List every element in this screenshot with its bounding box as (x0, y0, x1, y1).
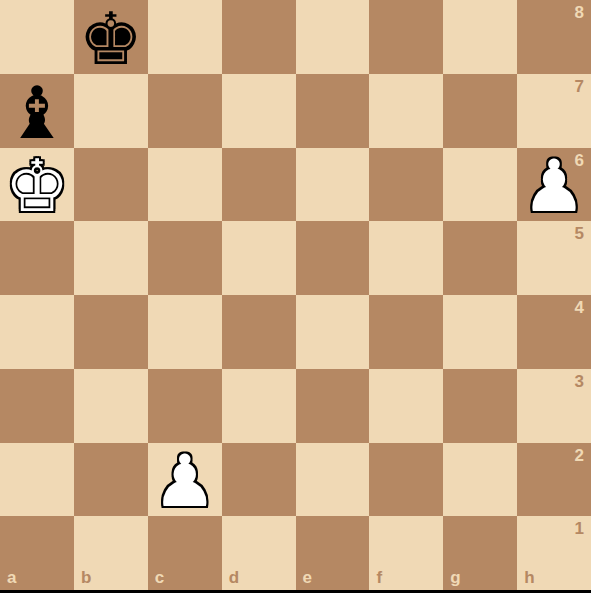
square-e7[interactable] (296, 74, 370, 148)
square-d8[interactable] (222, 0, 296, 74)
square-d4[interactable] (222, 295, 296, 369)
square-c3[interactable] (148, 369, 222, 443)
square-f2[interactable] (369, 443, 443, 517)
square-g6[interactable] (443, 148, 517, 222)
square-e5[interactable] (296, 221, 370, 295)
square-h2[interactable]: 2 (517, 443, 591, 517)
square-h4[interactable]: 4 (517, 295, 591, 369)
piece-black-bishop[interactable]: ♝ (5, 77, 70, 149)
square-c8[interactable] (148, 0, 222, 74)
file-label-e: e (303, 569, 312, 586)
piece-white-king[interactable]: ♚ (5, 150, 70, 222)
rank-label-1: 1 (575, 520, 584, 537)
square-c2[interactable]: ♟ (148, 443, 222, 517)
square-a2[interactable] (0, 443, 74, 517)
square-h7[interactable]: 7 (517, 74, 591, 148)
file-label-g: g (450, 569, 460, 586)
chess-board: ♚ 8 ♝ 7 ♚ ♟ 6 5 4 (0, 0, 591, 590)
rank-label-6: 6 (575, 152, 584, 169)
rank-label-4: 4 (575, 299, 584, 316)
square-b1[interactable]: b (74, 516, 148, 590)
square-e2[interactable] (296, 443, 370, 517)
square-g7[interactable] (443, 74, 517, 148)
square-a6[interactable]: ♚ (0, 148, 74, 222)
square-d1[interactable]: d (222, 516, 296, 590)
square-f3[interactable] (369, 369, 443, 443)
file-label-c: c (155, 569, 164, 586)
square-e6[interactable] (296, 148, 370, 222)
file-label-b: b (81, 569, 91, 586)
piece-black-king[interactable]: ♚ (79, 3, 144, 75)
rank-label-3: 3 (575, 373, 584, 390)
square-h6[interactable]: ♟ 6 (517, 148, 591, 222)
file-label-a: a (7, 569, 16, 586)
square-h8[interactable]: 8 (517, 0, 591, 74)
square-d7[interactable] (222, 74, 296, 148)
square-d6[interactable] (222, 148, 296, 222)
square-e1[interactable]: e (296, 516, 370, 590)
square-b2[interactable] (74, 443, 148, 517)
square-b3[interactable] (74, 369, 148, 443)
square-b8[interactable]: ♚ (74, 0, 148, 74)
rank-label-5: 5 (575, 225, 584, 242)
square-a7[interactable]: ♝ (0, 74, 74, 148)
square-b6[interactable] (74, 148, 148, 222)
square-a1[interactable]: a (0, 516, 74, 590)
square-a4[interactable] (0, 295, 74, 369)
square-c1[interactable]: c (148, 516, 222, 590)
square-f5[interactable] (369, 221, 443, 295)
square-g4[interactable] (443, 295, 517, 369)
square-f4[interactable] (369, 295, 443, 369)
square-g8[interactable] (443, 0, 517, 74)
square-f8[interactable] (369, 0, 443, 74)
square-h5[interactable]: 5 (517, 221, 591, 295)
file-label-h: h (524, 569, 534, 586)
square-c6[interactable] (148, 148, 222, 222)
square-a3[interactable] (0, 369, 74, 443)
square-e4[interactable] (296, 295, 370, 369)
rank-label-7: 7 (575, 78, 584, 95)
file-label-f: f (376, 569, 382, 586)
piece-white-pawn-c2[interactable]: ♟ (152, 445, 217, 517)
square-c4[interactable] (148, 295, 222, 369)
square-d5[interactable] (222, 221, 296, 295)
square-d3[interactable] (222, 369, 296, 443)
square-c5[interactable] (148, 221, 222, 295)
square-f7[interactable] (369, 74, 443, 148)
square-f6[interactable] (369, 148, 443, 222)
square-b4[interactable] (74, 295, 148, 369)
square-f1[interactable]: f (369, 516, 443, 590)
square-a5[interactable] (0, 221, 74, 295)
rank-label-8: 8 (575, 4, 584, 21)
square-a8[interactable] (0, 0, 74, 74)
square-d2[interactable] (222, 443, 296, 517)
square-h1[interactable]: 1 h (517, 516, 591, 590)
square-g3[interactable] (443, 369, 517, 443)
square-h3[interactable]: 3 (517, 369, 591, 443)
square-b5[interactable] (74, 221, 148, 295)
rank-label-2: 2 (575, 447, 584, 464)
square-e3[interactable] (296, 369, 370, 443)
square-g2[interactable] (443, 443, 517, 517)
square-g1[interactable]: g (443, 516, 517, 590)
square-e8[interactable] (296, 0, 370, 74)
square-c7[interactable] (148, 74, 222, 148)
square-b7[interactable] (74, 74, 148, 148)
square-g5[interactable] (443, 221, 517, 295)
file-label-d: d (229, 569, 239, 586)
